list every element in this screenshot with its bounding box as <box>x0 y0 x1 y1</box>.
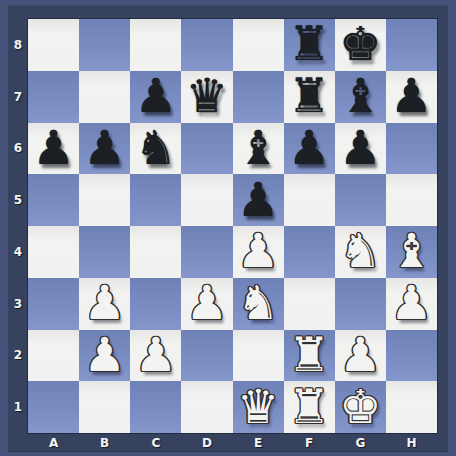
file-label-h: H <box>386 435 437 451</box>
square-g2[interactable]: ♟ <box>335 330 386 382</box>
square-e2[interactable] <box>233 330 284 382</box>
square-c3[interactable] <box>130 278 181 330</box>
file-label-g: G <box>335 435 386 451</box>
square-d2[interactable] <box>181 330 232 382</box>
square-g8[interactable]: ♚ <box>335 19 386 71</box>
square-b3[interactable]: ♟ <box>79 278 130 330</box>
square-a3[interactable] <box>28 278 79 330</box>
square-g6[interactable]: ♟ <box>335 123 386 175</box>
square-g1[interactable]: ♚ <box>335 381 386 433</box>
square-a2[interactable] <box>28 330 79 382</box>
white-pawn-c2: ♟ <box>135 329 177 380</box>
rank-label-7: 7 <box>8 89 28 105</box>
square-h3[interactable]: ♟ <box>386 278 437 330</box>
square-c8[interactable] <box>130 19 181 71</box>
square-b2[interactable]: ♟ <box>79 330 130 382</box>
square-h7[interactable]: ♟ <box>386 71 437 123</box>
square-d7[interactable]: ♛ <box>181 71 232 123</box>
square-a1[interactable] <box>28 381 79 433</box>
square-a8[interactable] <box>28 19 79 71</box>
square-f1[interactable]: ♜ <box>284 381 335 433</box>
black-king-g8: ♚ <box>339 18 381 69</box>
white-queen-e1: ♛ <box>237 381 279 432</box>
square-e7[interactable] <box>233 71 284 123</box>
black-pawn-c7: ♟ <box>135 70 177 121</box>
square-e4[interactable]: ♟ <box>233 226 284 278</box>
square-e8[interactable] <box>233 19 284 71</box>
black-rook-f7: ♜ <box>288 70 330 121</box>
square-b5[interactable] <box>79 174 130 226</box>
square-g5[interactable] <box>335 174 386 226</box>
rank-label-2: 2 <box>8 347 28 363</box>
file-label-f: F <box>284 435 335 451</box>
file-label-d: D <box>181 435 232 451</box>
rank-label-1: 1 <box>8 399 28 415</box>
white-knight-g4: ♞ <box>339 225 381 276</box>
square-f3[interactable] <box>284 278 335 330</box>
square-h1[interactable] <box>386 381 437 433</box>
square-f4[interactable] <box>284 226 335 278</box>
square-c2[interactable]: ♟ <box>130 330 181 382</box>
white-knight-e3: ♞ <box>237 277 279 328</box>
white-pawn-h3: ♟ <box>390 277 432 328</box>
square-c1[interactable] <box>130 381 181 433</box>
rank-label-8: 8 <box>8 37 28 53</box>
square-h5[interactable] <box>386 174 437 226</box>
white-pawn-b2: ♟ <box>84 329 126 380</box>
square-d8[interactable] <box>181 19 232 71</box>
square-h4[interactable]: ♝ <box>386 226 437 278</box>
chess-board: ♜♚♟♛♜♝♟♟♟♞♝♟♟♟♟♞♝♟♟♞♟♟♟♜♟♛♜♚ <box>28 19 437 433</box>
square-e3[interactable]: ♞ <box>233 278 284 330</box>
rank-label-4: 4 <box>8 244 28 260</box>
square-f7[interactable]: ♜ <box>284 71 335 123</box>
black-pawn-b6: ♟ <box>84 122 126 173</box>
black-rook-f8: ♜ <box>288 18 330 69</box>
black-knight-c6: ♞ <box>135 122 177 173</box>
black-pawn-f6: ♟ <box>288 122 330 173</box>
square-b7[interactable] <box>79 71 130 123</box>
square-a4[interactable] <box>28 226 79 278</box>
square-d3[interactable]: ♟ <box>181 278 232 330</box>
square-f8[interactable]: ♜ <box>284 19 335 71</box>
white-rook-f1: ♜ <box>288 381 330 432</box>
white-pawn-d3: ♟ <box>186 277 228 328</box>
rank-label-3: 3 <box>8 296 28 312</box>
white-bishop-h4: ♝ <box>390 225 432 276</box>
file-label-e: E <box>233 435 284 451</box>
square-b8[interactable] <box>79 19 130 71</box>
square-c7[interactable]: ♟ <box>130 71 181 123</box>
white-pawn-g2: ♟ <box>339 329 381 380</box>
square-h8[interactable] <box>386 19 437 71</box>
square-e6[interactable]: ♝ <box>233 123 284 175</box>
square-b4[interactable] <box>79 226 130 278</box>
square-d5[interactable] <box>181 174 232 226</box>
white-king-g1: ♚ <box>339 381 381 432</box>
square-g3[interactable] <box>335 278 386 330</box>
square-d6[interactable] <box>181 123 232 175</box>
square-g7[interactable]: ♝ <box>335 71 386 123</box>
square-a7[interactable] <box>28 71 79 123</box>
black-bishop-g7: ♝ <box>339 70 381 121</box>
square-f6[interactable]: ♟ <box>284 123 335 175</box>
rank-label-6: 6 <box>8 140 28 156</box>
square-a6[interactable]: ♟ <box>28 123 79 175</box>
square-h6[interactable] <box>386 123 437 175</box>
white-pawn-e4: ♟ <box>237 225 279 276</box>
file-label-a: A <box>28 435 79 451</box>
black-queen-d7: ♛ <box>186 70 228 121</box>
square-b1[interactable] <box>79 381 130 433</box>
square-h2[interactable] <box>386 330 437 382</box>
square-c4[interactable] <box>130 226 181 278</box>
white-rook-f2: ♜ <box>288 329 330 380</box>
square-d1[interactable] <box>181 381 232 433</box>
square-g4[interactable]: ♞ <box>335 226 386 278</box>
black-pawn-a6: ♟ <box>32 122 74 173</box>
square-c5[interactable] <box>130 174 181 226</box>
square-c6[interactable]: ♞ <box>130 123 181 175</box>
square-f5[interactable] <box>284 174 335 226</box>
file-label-b: B <box>79 435 130 451</box>
black-bishop-e6: ♝ <box>237 122 279 173</box>
chess-board-frame: 87654321 ABCDEFGH ♜♚♟♛♜♝♟♟♟♞♝♟♟♟♟♞♝♟♟♞♟♟… <box>0 0 456 456</box>
rank-label-5: 5 <box>8 192 28 208</box>
square-e1[interactable]: ♛ <box>233 381 284 433</box>
square-a5[interactable] <box>28 174 79 226</box>
black-pawn-e5: ♟ <box>237 174 279 225</box>
file-label-c: C <box>130 435 181 451</box>
black-pawn-g6: ♟ <box>339 122 381 173</box>
white-pawn-b3: ♟ <box>84 277 126 328</box>
square-b6[interactable]: ♟ <box>79 123 130 175</box>
black-pawn-h7: ♟ <box>390 70 432 121</box>
square-e5[interactable]: ♟ <box>233 174 284 226</box>
square-d4[interactable] <box>181 226 232 278</box>
square-f2[interactable]: ♜ <box>284 330 335 382</box>
